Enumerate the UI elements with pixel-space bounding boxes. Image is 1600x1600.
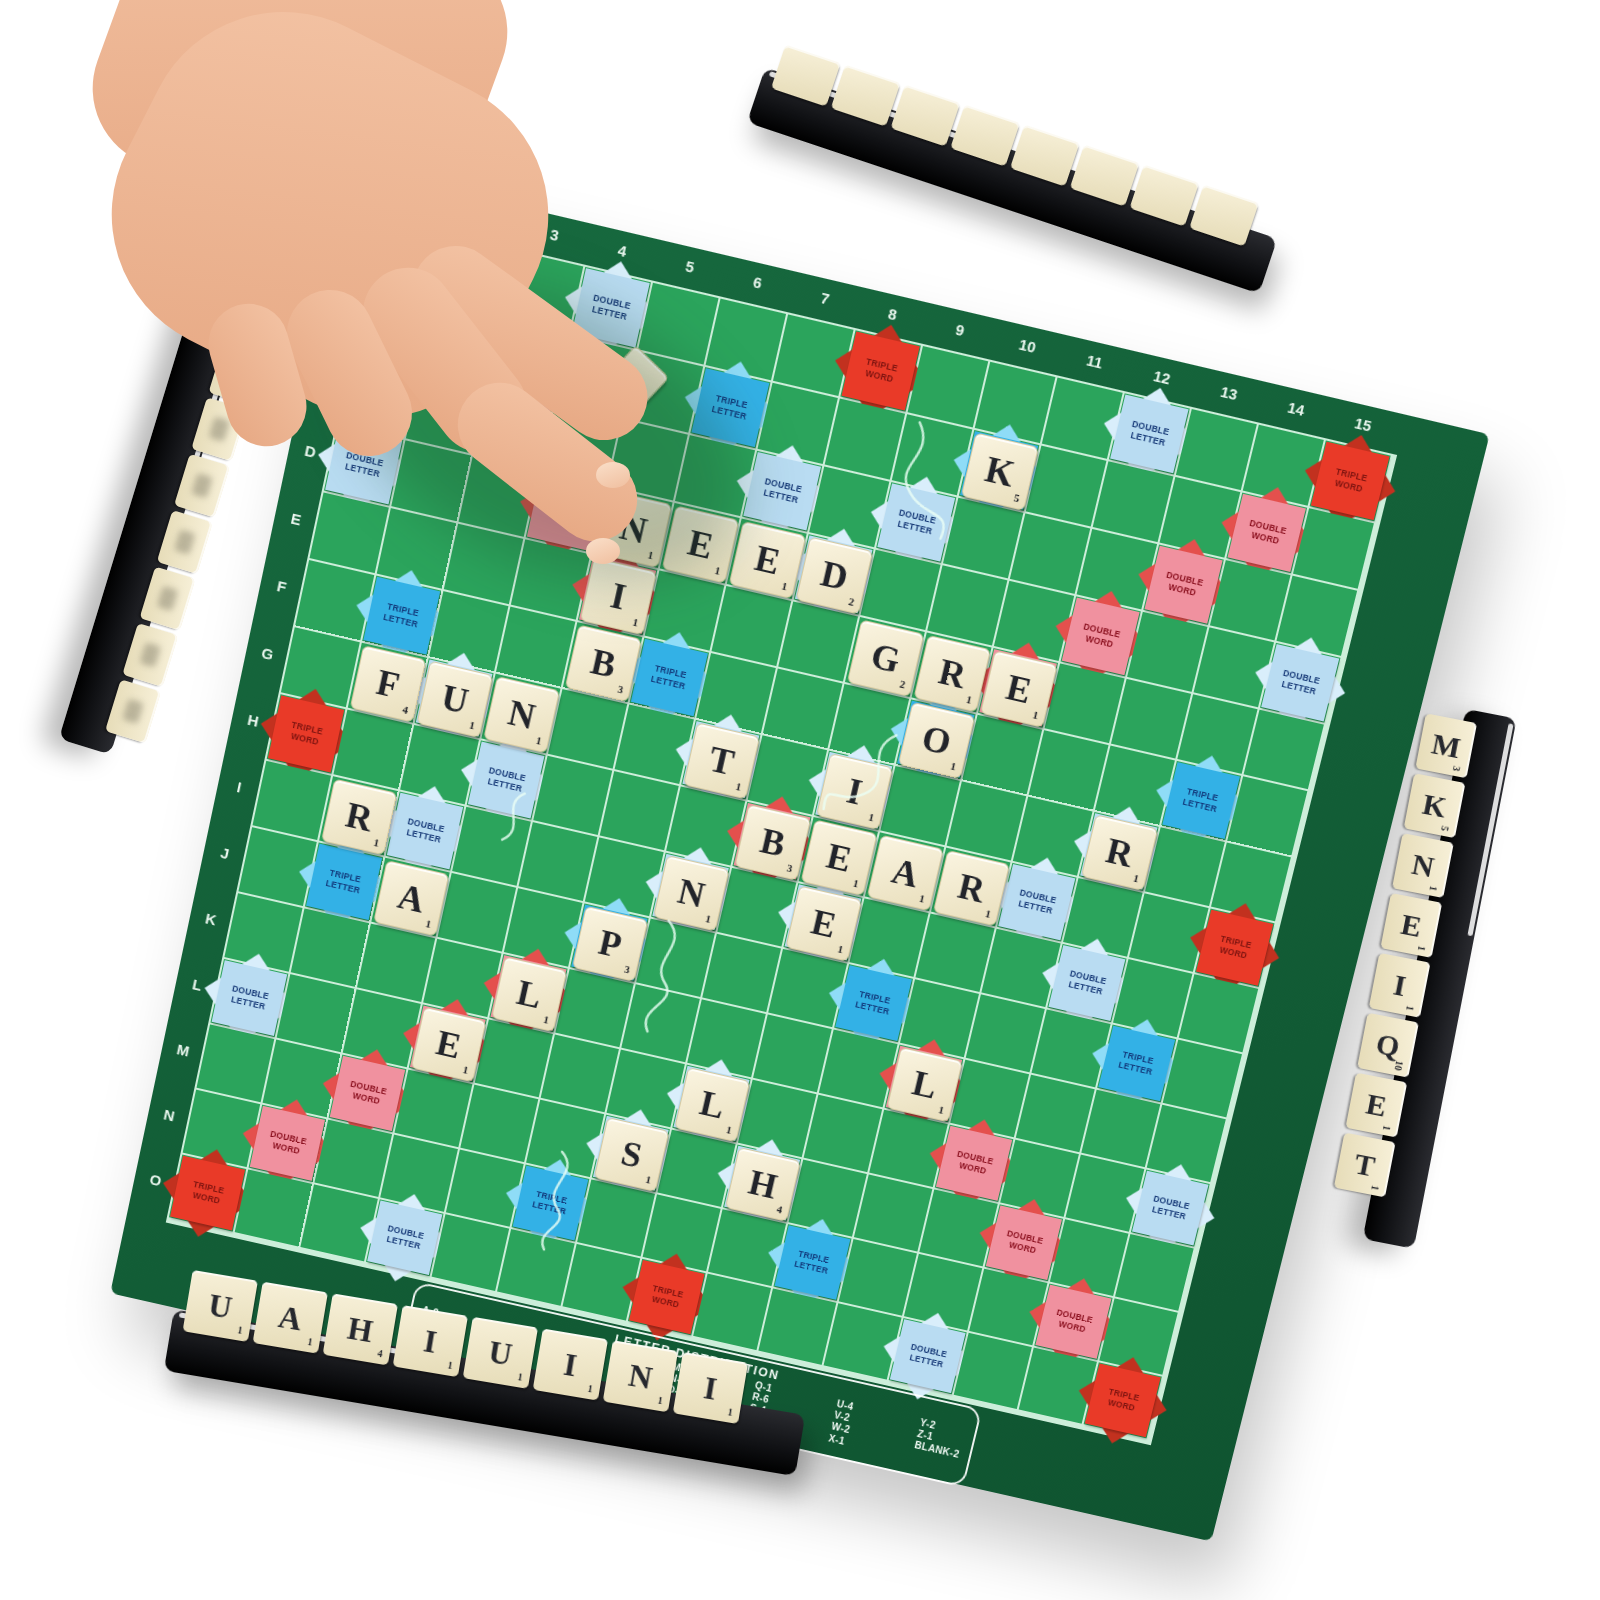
board-square-M4 xyxy=(394,1070,472,1148)
board-square-K3 xyxy=(357,924,435,1002)
tile-A-H10[interactable]: A1 xyxy=(867,835,944,911)
board-square-L5 xyxy=(475,1019,553,1097)
tile-L-K5[interactable]: L1 xyxy=(491,956,567,1032)
board-square-L6 xyxy=(541,1035,619,1113)
board-square-B8 xyxy=(825,399,905,480)
rack-right-tile-1[interactable]: M3 xyxy=(1415,713,1477,778)
board-square-N11 xyxy=(839,1239,917,1316)
board-square-I3: DOUBLELETTER xyxy=(386,792,465,871)
tile-F-G2[interactable]: F4 xyxy=(350,645,427,722)
board-square-M1 xyxy=(197,1024,275,1102)
board-square-E15 xyxy=(1244,710,1324,789)
board-square-H5 xyxy=(533,756,612,835)
board-square-I10 xyxy=(849,898,928,976)
board-square-O5 xyxy=(432,1214,510,1291)
board-square-M3: DOUBLEWORD xyxy=(329,1055,407,1133)
board-square-G5 xyxy=(548,689,627,769)
board-square-H4: DOUBLELETTER xyxy=(467,740,546,819)
tile-O-F10[interactable]: O1 xyxy=(898,702,975,779)
rack-right-tile-7[interactable]: E1 xyxy=(1346,1073,1408,1138)
tile-B-F5[interactable]: B3 xyxy=(565,625,642,703)
distribution-column: Y-2Z-1BLANK-2 xyxy=(910,1417,966,1473)
tile-P-J6[interactable]: P3 xyxy=(572,906,648,982)
board-square-O10 xyxy=(758,1288,836,1364)
tile-T-G7[interactable]: T1 xyxy=(683,722,760,799)
board-square-I5 xyxy=(519,822,598,901)
tile-K-B10[interactable]: K5 xyxy=(961,432,1039,511)
board-square-H6 xyxy=(600,771,679,850)
board-square-N4 xyxy=(380,1135,458,1212)
board-square-N2: DOUBLEWORD xyxy=(249,1105,327,1182)
board-square-I15 xyxy=(1179,974,1258,1052)
board-square-O15: TRIPLEWORD xyxy=(1084,1362,1162,1438)
board-square-G10 xyxy=(880,766,960,845)
board-square-H12: DOUBLELETTER xyxy=(997,863,1076,942)
rack-bottom-tile-4[interactable]: I1 xyxy=(393,1305,468,1377)
rack-right-tile-2[interactable]: K5 xyxy=(1404,773,1466,838)
tile-B-H8[interactable]: B3 xyxy=(734,804,811,881)
board-square-K15 xyxy=(1147,1105,1226,1182)
board-square-O4: DOUBLELETTER xyxy=(366,1199,444,1276)
board-square-N15 xyxy=(1099,1298,1177,1374)
tile-R-E10[interactable]: R1 xyxy=(914,635,992,712)
board-square-L2 xyxy=(277,974,355,1052)
rack-bottom-tile-8[interactable]: I1 xyxy=(673,1352,748,1424)
board-square-D15: DOUBLELETTER xyxy=(1260,643,1341,723)
board-square-J15 xyxy=(1163,1040,1242,1118)
rack-right-tile-8[interactable]: T1 xyxy=(1334,1132,1396,1197)
board-square-E8 xyxy=(778,601,858,681)
board-square-A9 xyxy=(908,346,989,427)
board-square-B7 xyxy=(758,383,838,464)
board-square-A12: DOUBLELETTER xyxy=(1109,393,1190,474)
board-square-M5 xyxy=(460,1085,538,1163)
tile-R-G13[interactable]: R1 xyxy=(1081,814,1158,891)
board-square-G1 xyxy=(281,627,360,707)
board-square-J12 xyxy=(966,994,1045,1072)
board-square-K2 xyxy=(291,908,369,986)
tile-H-M9[interactable]: H4 xyxy=(725,1147,801,1222)
board-square-F6: TRIPLELETTER xyxy=(630,638,709,718)
tile-G-E9[interactable]: G2 xyxy=(847,619,924,697)
board-square-N8 xyxy=(643,1194,721,1271)
rack-bottom-tile-3[interactable]: H4 xyxy=(323,1293,398,1365)
board-square-C7: DOUBLELETTER xyxy=(742,451,822,532)
tile-E-I9[interactable]: E1 xyxy=(785,886,862,962)
board-square-L1: DOUBLELETTER xyxy=(210,959,288,1037)
board-square-N7 xyxy=(577,1179,655,1256)
board-square-G11 xyxy=(947,781,1027,860)
board-square-N10: TRIPLELETTER xyxy=(773,1224,851,1301)
board-square-J14: TRIPLELETTER xyxy=(1097,1025,1176,1103)
tile-E-E11[interactable]: E1 xyxy=(980,650,1058,727)
board-square-K13 xyxy=(1016,1075,1095,1153)
board-square-A8: TRIPLEWORD xyxy=(840,330,921,412)
tile-L-K11[interactable]: L1 xyxy=(886,1047,962,1122)
distribution-column: U-4V-2W-2X-1 xyxy=(827,1398,856,1448)
board-square-L10 xyxy=(804,1095,883,1172)
board-square-F15 xyxy=(1227,776,1307,855)
board-square-E12 xyxy=(1045,663,1125,743)
tile-N-G4[interactable]: N1 xyxy=(483,676,560,753)
tile-A-J3[interactable]: A1 xyxy=(373,860,449,936)
tile-L-L8[interactable]: L1 xyxy=(674,1067,750,1142)
tile-E-D7[interactable]: E1 xyxy=(729,521,807,599)
board-square-N14: DOUBLEWORD xyxy=(1034,1284,1112,1360)
board-square-H15: TRIPLEWORD xyxy=(1195,909,1275,987)
board-square-F3 xyxy=(429,591,508,671)
board-square-N6: TRIPLELETTER xyxy=(512,1165,590,1242)
board-square-C10 xyxy=(943,498,1023,579)
tile-I-G9[interactable]: I1 xyxy=(816,753,893,830)
rack-right-tile-4[interactable]: E1 xyxy=(1380,893,1442,958)
board-square-A10 xyxy=(975,362,1056,443)
board-square-L15: DOUBLELETTER xyxy=(1131,1170,1210,1247)
board-square-O8: TRIPLEWORD xyxy=(628,1259,706,1336)
board-square-K6 xyxy=(555,969,633,1047)
tile-S-M7[interactable]: S1 xyxy=(594,1117,670,1192)
board-square-K7 xyxy=(621,984,700,1062)
rack-top[interactable] xyxy=(743,39,1287,305)
board-square-F8 xyxy=(763,669,843,749)
rack-right-tile-3[interactable]: N1 xyxy=(1392,833,1454,898)
board-square-L12: DOUBLEWORD xyxy=(935,1125,1014,1202)
board-square-M15 xyxy=(1115,1234,1194,1311)
board-square-M10 xyxy=(788,1160,866,1237)
board-square-M13: DOUBLEWORD xyxy=(985,1204,1064,1281)
board-square-F7 xyxy=(696,653,776,733)
board-square-E7 xyxy=(711,586,791,666)
board-square-I11 xyxy=(915,914,994,992)
board-square-O6 xyxy=(497,1229,575,1306)
rack-bottom-tile-1[interactable]: U1 xyxy=(183,1270,258,1342)
rack-bottom-tile-5[interactable]: U1 xyxy=(463,1317,538,1389)
tile-E-L4[interactable]: E1 xyxy=(411,1007,487,1083)
board-square-C9: DOUBLELETTER xyxy=(876,482,956,563)
tile-R-I2[interactable]: R1 xyxy=(321,779,397,856)
board-square-H2 xyxy=(333,710,412,789)
board-square-K12 xyxy=(950,1060,1029,1138)
board-square-A6 xyxy=(706,299,786,381)
board-square-I4 xyxy=(452,807,531,886)
tile-D-D8[interactable]: D2 xyxy=(796,537,874,615)
board-square-B12 xyxy=(1093,461,1174,542)
board-square-O13 xyxy=(954,1333,1032,1409)
board-square-D12: DOUBLEWORD xyxy=(1061,596,1141,676)
board-square-F4 xyxy=(496,607,575,687)
board-square-D10 xyxy=(927,565,1007,645)
board-square-L9 xyxy=(738,1080,816,1158)
board-square-O2 xyxy=(235,1169,312,1246)
board-square-J8 xyxy=(702,934,781,1012)
board-square-J7 xyxy=(636,919,715,997)
board-square-J2: TRIPLELETTER xyxy=(305,842,383,921)
board-square-B11 xyxy=(1026,446,1107,527)
board-square-M11 xyxy=(854,1174,932,1251)
tile-N-I7[interactable]: N1 xyxy=(653,855,730,931)
board-square-C11 xyxy=(1010,513,1090,594)
rack-bottom-tile-7[interactable]: N1 xyxy=(603,1340,678,1412)
board-square-K14 xyxy=(1081,1090,1160,1167)
board-square-I1 xyxy=(253,761,332,840)
board-square-N12 xyxy=(904,1254,982,1331)
board-square-M14 xyxy=(1050,1219,1129,1296)
board-square-N3 xyxy=(314,1120,392,1197)
board-square-H1: TRIPLEWORD xyxy=(267,694,346,774)
board-square-A15: TRIPLEWORD xyxy=(1310,440,1391,521)
board-square-G15 xyxy=(1211,843,1291,922)
rack-right-tile-5[interactable]: I1 xyxy=(1369,953,1431,1018)
rack-bottom-tile-2[interactable]: A1 xyxy=(253,1282,328,1354)
scene: 123456789101112131415 ABCDEFGHIJKLMNO TR… xyxy=(0,0,1600,1600)
board-square-F2: TRIPLELETTER xyxy=(362,576,441,656)
board-square-O9 xyxy=(693,1274,771,1351)
rack-right-tile-6[interactable]: Q10 xyxy=(1357,1013,1419,1078)
board-square-J11 xyxy=(900,979,979,1057)
tile-E-H9[interactable]: E1 xyxy=(801,819,878,896)
board-square-K9 xyxy=(753,1014,832,1092)
rack-bottom-tile-6[interactable]: I1 xyxy=(533,1329,608,1401)
board-square-H13 xyxy=(1063,878,1143,957)
board-square-O12: DOUBLELETTER xyxy=(889,1318,967,1394)
board-square-K8 xyxy=(687,999,766,1077)
board-square-J10: TRIPLELETTER xyxy=(834,964,913,1042)
board-square-F12 xyxy=(1029,730,1109,809)
board-square-O1: TRIPLEWORD xyxy=(169,1155,246,1232)
board-square-B15 xyxy=(1293,508,1374,589)
tile-U-G3[interactable]: U1 xyxy=(417,661,494,738)
board-square-J4 xyxy=(438,873,517,952)
board-square-L13 xyxy=(1000,1140,1079,1217)
board-square-E1 xyxy=(310,492,389,573)
board-square-I13: DOUBLELETTER xyxy=(1047,944,1126,1022)
board-square-E6 xyxy=(645,570,725,650)
tile-R-H11[interactable]: R1 xyxy=(933,850,1010,926)
board-square-F11 xyxy=(962,715,1042,794)
board-square-C15 xyxy=(1276,576,1357,656)
board-square-D9 xyxy=(860,550,940,630)
